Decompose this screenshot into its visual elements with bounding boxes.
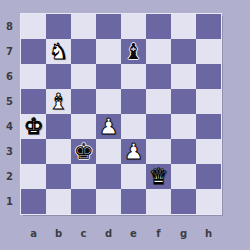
- square-f2[interactable]: ♛: [146, 164, 171, 189]
- square-b3[interactable]: [46, 139, 71, 164]
- rank-label-6: 6: [0, 64, 19, 89]
- rank-label-5: 5: [0, 89, 19, 114]
- square-c3[interactable]: ♚: [71, 139, 96, 164]
- square-a4[interactable]: ♚: [21, 114, 46, 139]
- square-a2[interactable]: [21, 164, 46, 189]
- square-e1[interactable]: [121, 189, 146, 214]
- square-g7[interactable]: [171, 39, 196, 64]
- white-queen-f2[interactable]: ♛: [149, 164, 169, 189]
- square-e3[interactable]: ♟: [121, 139, 146, 164]
- square-g2[interactable]: [171, 164, 196, 189]
- square-g5[interactable]: [171, 89, 196, 114]
- square-d1[interactable]: [96, 189, 121, 214]
- square-f1[interactable]: [146, 189, 171, 214]
- square-b7[interactable]: ♞: [46, 39, 71, 64]
- square-e6[interactable]: [121, 64, 146, 89]
- file-labels: abcdefgh: [21, 224, 221, 244]
- square-d5[interactable]: [96, 89, 121, 114]
- rank-label-4: 4: [0, 114, 19, 139]
- square-g4[interactable]: [171, 114, 196, 139]
- rank-label-7: 7: [0, 39, 19, 64]
- square-d8[interactable]: [96, 14, 121, 39]
- square-c6[interactable]: [71, 64, 96, 89]
- chess-board[interactable]: ♞♝♝♚♟♚♟♛: [21, 14, 221, 214]
- square-d7[interactable]: [96, 39, 121, 64]
- square-f3[interactable]: [146, 139, 171, 164]
- file-label-b: b: [46, 224, 71, 244]
- square-f5[interactable]: [146, 89, 171, 114]
- square-f7[interactable]: [146, 39, 171, 64]
- square-e5[interactable]: [121, 89, 146, 114]
- black-king-c3[interactable]: ♚: [74, 139, 94, 164]
- file-label-e: e: [121, 224, 146, 244]
- square-f8[interactable]: [146, 14, 171, 39]
- square-c1[interactable]: [71, 189, 96, 214]
- rank-label-1: 1: [0, 189, 19, 214]
- square-e2[interactable]: [121, 164, 146, 189]
- square-d6[interactable]: [96, 64, 121, 89]
- square-e4[interactable]: [121, 114, 146, 139]
- square-a1[interactable]: [21, 189, 46, 214]
- white-knight-b7[interactable]: ♞: [49, 39, 69, 64]
- square-a8[interactable]: [21, 14, 46, 39]
- square-f6[interactable]: [146, 64, 171, 89]
- square-d2[interactable]: [96, 164, 121, 189]
- rank-label-2: 2: [0, 164, 19, 189]
- square-g8[interactable]: [171, 14, 196, 39]
- square-f4[interactable]: [146, 114, 171, 139]
- white-pawn-d4[interactable]: ♟: [99, 114, 119, 139]
- white-bishop-b5[interactable]: ♝: [49, 89, 69, 114]
- file-label-g: g: [171, 224, 196, 244]
- square-b1[interactable]: [46, 189, 71, 214]
- chess-diagram: 87654321 ♞♝♝♚♟♚♟♛ abcdefgh: [0, 0, 250, 250]
- rank-label-8: 8: [0, 14, 19, 39]
- square-d3[interactable]: [96, 139, 121, 164]
- square-c7[interactable]: [71, 39, 96, 64]
- square-a3[interactable]: [21, 139, 46, 164]
- square-c4[interactable]: [71, 114, 96, 139]
- file-label-a: a: [21, 224, 46, 244]
- white-king-a4[interactable]: ♚: [24, 114, 44, 139]
- square-e8[interactable]: [121, 14, 146, 39]
- square-c5[interactable]: [71, 89, 96, 114]
- file-label-c: c: [71, 224, 96, 244]
- square-g1[interactable]: [171, 189, 196, 214]
- square-b5[interactable]: ♝: [46, 89, 71, 114]
- square-h7[interactable]: [196, 39, 221, 64]
- rank-labels: 87654321: [0, 14, 19, 214]
- square-h3[interactable]: [196, 139, 221, 164]
- square-e7[interactable]: ♝: [121, 39, 146, 64]
- square-b6[interactable]: [46, 64, 71, 89]
- rank-label-3: 3: [0, 139, 19, 164]
- black-bishop-e7[interactable]: ♝: [124, 39, 144, 64]
- square-a5[interactable]: [21, 89, 46, 114]
- square-h6[interactable]: [196, 64, 221, 89]
- square-d4[interactable]: ♟: [96, 114, 121, 139]
- white-pawn-e3[interactable]: ♟: [124, 139, 144, 164]
- file-label-h: h: [196, 224, 221, 244]
- square-a7[interactable]: [21, 39, 46, 64]
- square-h8[interactable]: [196, 14, 221, 39]
- square-h5[interactable]: [196, 89, 221, 114]
- square-h1[interactable]: [196, 189, 221, 214]
- square-g3[interactable]: [171, 139, 196, 164]
- file-label-f: f: [146, 224, 171, 244]
- square-h4[interactable]: [196, 114, 221, 139]
- square-c8[interactable]: [71, 14, 96, 39]
- square-b2[interactable]: [46, 164, 71, 189]
- square-g6[interactable]: [171, 64, 196, 89]
- square-c2[interactable]: [71, 164, 96, 189]
- square-b4[interactable]: [46, 114, 71, 139]
- square-a6[interactable]: [21, 64, 46, 89]
- file-label-d: d: [96, 224, 121, 244]
- square-h2[interactable]: [196, 164, 221, 189]
- square-b8[interactable]: [46, 14, 71, 39]
